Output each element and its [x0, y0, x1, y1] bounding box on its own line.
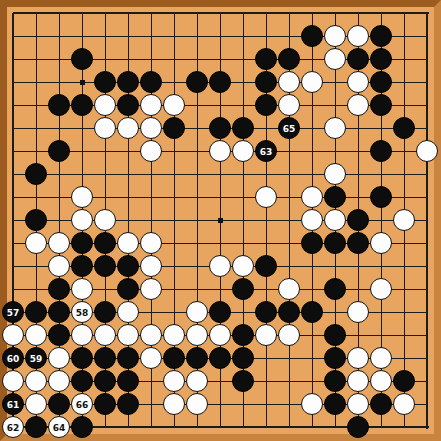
black-stone — [117, 255, 139, 277]
white-stone — [370, 370, 392, 392]
white-stone — [209, 324, 231, 346]
black-stone — [163, 117, 185, 139]
white-stone-move-62: 62 — [2, 416, 24, 438]
white-stone — [163, 94, 185, 116]
black-stone — [117, 370, 139, 392]
black-stone — [393, 117, 415, 139]
white-stone — [140, 255, 162, 277]
black-stone — [370, 94, 392, 116]
black-stone — [25, 416, 47, 438]
white-stone — [25, 393, 47, 415]
move-number-label: 57 — [7, 308, 20, 317]
black-stone — [393, 370, 415, 392]
white-stone — [2, 370, 24, 392]
black-stone — [186, 71, 208, 93]
black-stone — [209, 301, 231, 323]
black-stone — [71, 370, 93, 392]
black-stone — [232, 278, 254, 300]
white-stone — [324, 209, 346, 231]
white-stone — [94, 94, 116, 116]
black-stone-move-63: 63 — [255, 140, 277, 162]
black-stone — [48, 94, 70, 116]
black-stone — [48, 301, 70, 323]
black-stone — [117, 71, 139, 93]
black-stone — [324, 393, 346, 415]
black-stone — [232, 347, 254, 369]
white-stone — [324, 163, 346, 185]
black-stone — [301, 25, 323, 47]
black-stone — [209, 71, 231, 93]
black-stone — [140, 71, 162, 93]
black-stone — [324, 278, 346, 300]
white-stone — [232, 255, 254, 277]
black-stone — [117, 94, 139, 116]
white-stone — [347, 370, 369, 392]
move-number-label: 63 — [260, 147, 273, 156]
white-stone — [324, 25, 346, 47]
white-stone — [186, 324, 208, 346]
white-stone — [347, 25, 369, 47]
white-stone — [416, 140, 438, 162]
black-stone — [278, 48, 300, 70]
black-stone — [117, 347, 139, 369]
black-stone — [163, 347, 185, 369]
white-stone — [117, 117, 139, 139]
black-stone — [71, 48, 93, 70]
white-stone — [71, 209, 93, 231]
white-stone — [301, 71, 323, 93]
black-stone — [255, 48, 277, 70]
white-stone — [393, 393, 415, 415]
black-stone — [94, 370, 116, 392]
white-stone — [278, 71, 300, 93]
white-stone — [140, 347, 162, 369]
white-stone — [255, 324, 277, 346]
white-stone — [301, 186, 323, 208]
white-stone — [25, 232, 47, 254]
black-stone — [117, 393, 139, 415]
white-stone — [209, 255, 231, 277]
white-stone — [140, 140, 162, 162]
black-stone — [209, 347, 231, 369]
black-stone — [347, 416, 369, 438]
black-stone — [48, 278, 70, 300]
white-stone — [25, 324, 47, 346]
black-stone — [370, 48, 392, 70]
white-stone — [347, 71, 369, 93]
move-number-label: 61 — [7, 400, 20, 409]
white-stone — [94, 117, 116, 139]
black-stone — [370, 25, 392, 47]
black-stone — [255, 94, 277, 116]
white-stone-move-58: 58 — [71, 301, 93, 323]
white-stone — [278, 324, 300, 346]
white-stone — [347, 94, 369, 116]
black-stone — [255, 301, 277, 323]
white-stone — [25, 370, 47, 392]
black-stone — [186, 347, 208, 369]
move-number-label: 59 — [30, 354, 43, 363]
black-stone — [255, 71, 277, 93]
black-stone — [370, 393, 392, 415]
board-surface: 65635758605961666264 — [7, 7, 434, 434]
white-stone — [186, 370, 208, 392]
black-stone — [71, 416, 93, 438]
black-stone — [94, 393, 116, 415]
black-stone — [94, 301, 116, 323]
black-stone — [278, 301, 300, 323]
white-stone-move-64: 64 — [48, 416, 70, 438]
white-stone — [140, 232, 162, 254]
grid-line-horizontal — [13, 12, 429, 14]
white-stone — [2, 324, 24, 346]
black-stone — [347, 48, 369, 70]
white-stone — [117, 324, 139, 346]
white-stone — [117, 232, 139, 254]
black-stone — [324, 324, 346, 346]
black-stone — [48, 393, 70, 415]
go-board[interactable]: 65635758605961666264 — [7, 7, 434, 434]
white-stone — [140, 94, 162, 116]
white-stone — [324, 48, 346, 70]
white-stone — [186, 393, 208, 415]
white-stone — [163, 370, 185, 392]
star-point — [218, 218, 223, 223]
black-stone — [301, 232, 323, 254]
black-stone — [232, 117, 254, 139]
move-number-label: 60 — [7, 354, 20, 363]
white-stone — [163, 393, 185, 415]
white-stone — [71, 186, 93, 208]
white-stone-move-66: 66 — [71, 393, 93, 415]
black-stone — [94, 232, 116, 254]
white-stone — [163, 324, 185, 346]
white-stone — [71, 324, 93, 346]
black-stone — [209, 117, 231, 139]
white-stone — [94, 209, 116, 231]
white-stone — [94, 324, 116, 346]
white-stone — [232, 140, 254, 162]
white-stone — [48, 255, 70, 277]
black-stone — [370, 186, 392, 208]
black-stone — [370, 140, 392, 162]
white-stone — [370, 278, 392, 300]
black-stone-move-65: 65 — [278, 117, 300, 139]
black-stone-move-61: 61 — [2, 393, 24, 415]
white-stone — [393, 209, 415, 231]
white-stone — [278, 278, 300, 300]
black-stone — [324, 370, 346, 392]
white-stone — [255, 186, 277, 208]
white-stone — [140, 324, 162, 346]
white-stone — [140, 278, 162, 300]
move-number-label: 64 — [53, 423, 66, 432]
move-number-label: 65 — [283, 124, 296, 133]
star-point — [80, 80, 85, 85]
black-stone — [71, 347, 93, 369]
black-stone-move-59: 59 — [25, 347, 47, 369]
black-stone — [71, 232, 93, 254]
white-stone — [370, 347, 392, 369]
white-stone — [117, 301, 139, 323]
white-stone — [278, 94, 300, 116]
white-stone — [71, 278, 93, 300]
black-stone — [347, 232, 369, 254]
black-stone-move-57: 57 — [2, 301, 24, 323]
white-stone — [186, 301, 208, 323]
black-stone — [25, 301, 47, 323]
black-stone-move-60: 60 — [2, 347, 24, 369]
move-number-label: 66 — [76, 400, 89, 409]
black-stone — [324, 186, 346, 208]
black-stone — [94, 347, 116, 369]
black-stone — [324, 232, 346, 254]
black-stone — [48, 140, 70, 162]
grid-line-vertical — [426, 13, 428, 429]
black-stone — [370, 71, 392, 93]
white-stone — [48, 347, 70, 369]
black-stone — [117, 278, 139, 300]
move-number-label: 58 — [76, 308, 89, 317]
black-stone — [25, 163, 47, 185]
white-stone — [347, 301, 369, 323]
black-stone — [232, 324, 254, 346]
white-stone — [301, 209, 323, 231]
black-stone — [25, 209, 47, 231]
black-stone — [347, 209, 369, 231]
black-stone — [301, 301, 323, 323]
black-stone — [71, 255, 93, 277]
move-number-label: 62 — [7, 423, 20, 432]
white-stone — [301, 393, 323, 415]
white-stone — [370, 232, 392, 254]
black-stone — [48, 324, 70, 346]
black-stone — [71, 94, 93, 116]
black-stone — [324, 347, 346, 369]
white-stone — [324, 117, 346, 139]
black-stone — [94, 255, 116, 277]
black-stone — [94, 71, 116, 93]
white-stone — [347, 347, 369, 369]
black-stone — [232, 370, 254, 392]
white-stone — [347, 393, 369, 415]
white-stone — [140, 117, 162, 139]
white-stone — [48, 232, 70, 254]
white-stone — [48, 370, 70, 392]
white-stone — [209, 140, 231, 162]
black-stone — [255, 255, 277, 277]
go-board-frame: 65635758605961666264 — [0, 0, 441, 441]
